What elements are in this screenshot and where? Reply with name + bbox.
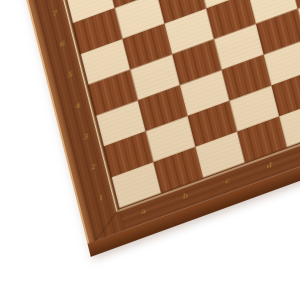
chessboard: abcdefgh12345678 — [15, 0, 300, 257]
product-photo-stage: abcdefgh12345678 — [0, 0, 300, 300]
